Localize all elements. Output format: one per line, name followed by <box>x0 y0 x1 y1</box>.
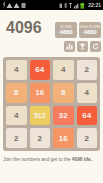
tagline-goal: 4096 tile. <box>72 157 92 162</box>
signal-icon <box>74 3 78 8</box>
app-title: 4096 <box>6 19 42 37</box>
trophy-icon <box>79 43 86 50</box>
bar-chart-icon <box>66 43 73 50</box>
usb-icon <box>3 2 5 9</box>
tile-4: 4 <box>6 106 27 126</box>
status-bar: 22:21 <box>0 0 103 10</box>
tile-64: 64 <box>30 60 51 80</box>
tile-16: 16 <box>53 128 74 148</box>
score-box: SCORE 4880 <box>55 22 77 38</box>
tile-4: 4 <box>53 60 74 80</box>
battery-icon <box>81 2 85 8</box>
tile-8: 8 <box>53 83 74 103</box>
warning-icon <box>14 3 20 8</box>
status-time: 22:21 <box>88 2 101 8</box>
tile-32: 32 <box>53 106 74 126</box>
tagline-text: Join the numbers and get to the <box>3 157 72 162</box>
tile-4: 4 <box>6 60 27 80</box>
roaming-icon <box>69 3 72 8</box>
header: 4096 SCORE 4880 HIGH SCORE 4880 <box>0 10 103 57</box>
bluetooth-icon <box>64 3 67 8</box>
footer-tagline: Join the numbers and get to the 4096 til… <box>0 157 103 162</box>
high-score-box: HIGH SCORE 4880 <box>79 22 101 38</box>
tile-2: 2 <box>6 128 27 148</box>
toolbar <box>64 41 101 52</box>
tile-2: 2 <box>30 128 51 148</box>
tile-2: 2 <box>77 60 98 80</box>
refresh-icon <box>92 43 99 50</box>
sim-icon <box>22 3 26 8</box>
status-left-icons-graphic <box>2 2 28 9</box>
tile-4: 4 <box>77 83 98 103</box>
status-right-icons: 22:21 <box>59 2 101 9</box>
warning-icon <box>7 3 13 8</box>
board-grid[interactable]: 46442816844512326422162 <box>3 57 100 151</box>
tile-512: 512 <box>30 106 51 126</box>
leaderboard-button[interactable] <box>64 41 75 52</box>
tile-16: 16 <box>30 83 51 103</box>
achievements-button[interactable] <box>77 41 88 52</box>
status-right-icons-graphic <box>59 2 86 9</box>
status-left-icons <box>2 2 28 9</box>
new-game-button[interactable] <box>90 41 101 52</box>
score-value: 4880 <box>59 29 72 36</box>
vibrate-icon <box>60 3 63 8</box>
tile-64: 64 <box>77 106 98 126</box>
tile-2: 2 <box>77 128 98 148</box>
score-panel: SCORE 4880 HIGH SCORE 4880 <box>55 22 101 38</box>
high-score-value: 4880 <box>83 29 96 36</box>
tile-8: 8 <box>6 83 27 103</box>
